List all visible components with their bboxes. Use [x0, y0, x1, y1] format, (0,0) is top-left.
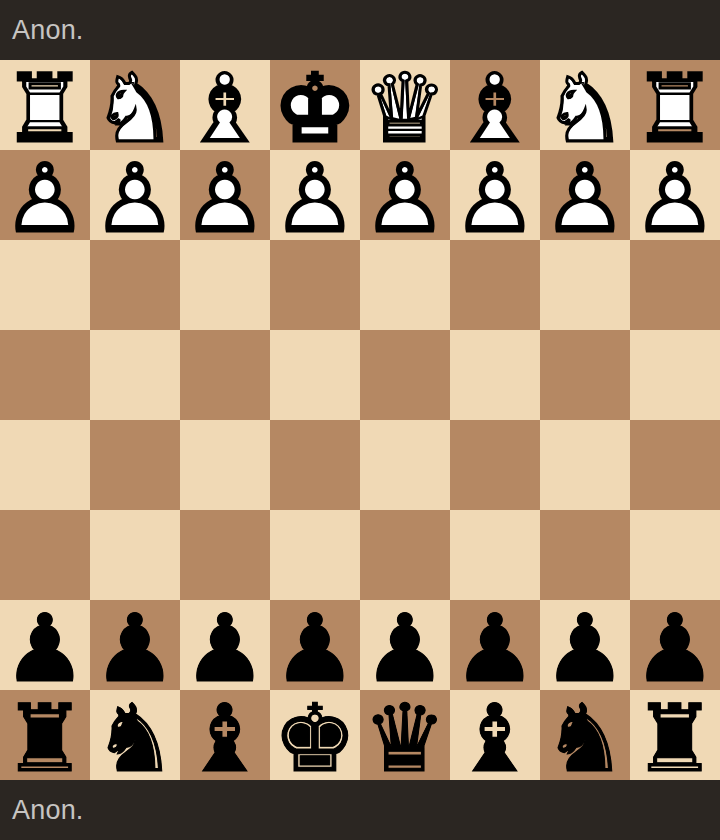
white-king[interactable]: ♚♔: [270, 60, 360, 150]
black-pawn[interactable]: ♟♟: [0, 600, 90, 690]
black-pawn[interactable]: ♟♟: [180, 600, 270, 690]
top-player-name: Anon.: [12, 15, 84, 46]
white-pawn[interactable]: ♟♙: [360, 150, 450, 240]
black-pawn-outline: ♟: [180, 600, 270, 690]
black-pawn[interactable]: ♟♟: [270, 600, 360, 690]
white-knight-outline: ♘: [90, 60, 180, 150]
square-h4[interactable]: [0, 330, 90, 420]
square-h1[interactable]: ♜♖: [0, 60, 90, 150]
square-d4[interactable]: [360, 330, 450, 420]
white-bishop-outline: ♗: [180, 60, 270, 150]
square-f6[interactable]: [180, 510, 270, 600]
square-c3[interactable]: [450, 240, 540, 330]
square-h5[interactable]: [0, 420, 90, 510]
white-pawn-outline: ♙: [630, 150, 720, 240]
white-pawn-outline: ♙: [180, 150, 270, 240]
square-f8[interactable]: ♝♝: [180, 690, 270, 780]
white-pawn-outline: ♙: [270, 150, 360, 240]
black-rook-outline: ♜: [0, 690, 90, 780]
square-c5[interactable]: [450, 420, 540, 510]
square-f5[interactable]: [180, 420, 270, 510]
white-queen-outline: ♕: [360, 60, 450, 150]
square-f3[interactable]: [180, 240, 270, 330]
white-pawn[interactable]: ♟♙: [270, 150, 360, 240]
black-bishop[interactable]: ♝♝: [450, 690, 540, 780]
white-rook-outline: ♖: [630, 60, 720, 150]
white-bishop[interactable]: ♝♗: [180, 60, 270, 150]
square-g2[interactable]: ♟♙: [90, 150, 180, 240]
square-g3[interactable]: [90, 240, 180, 330]
square-g8[interactable]: ♞♞: [90, 690, 180, 780]
square-g1[interactable]: ♞♘: [90, 60, 180, 150]
white-rook-outline: ♖: [0, 60, 90, 150]
square-b3[interactable]: [540, 240, 630, 330]
black-pawn-outline: ♟: [450, 600, 540, 690]
square-e2[interactable]: ♟♙: [270, 150, 360, 240]
white-pawn[interactable]: ♟♙: [90, 150, 180, 240]
black-king-outline: ♚: [270, 690, 360, 780]
chess-board: ♜♖♞♘♝♗♚♔♛♕♝♗♞♘♜♖♟♙♟♙♟♙♟♙♟♙♟♙♟♙♟♙♟♟♟♟♟♟♟♟…: [0, 60, 720, 780]
black-pawn-outline: ♟: [270, 600, 360, 690]
square-a5[interactable]: [630, 420, 720, 510]
black-bishop-outline: ♝: [180, 690, 270, 780]
square-d2[interactable]: ♟♙: [360, 150, 450, 240]
square-b2[interactable]: ♟♙: [540, 150, 630, 240]
square-c4[interactable]: [450, 330, 540, 420]
white-rook[interactable]: ♜♖: [630, 60, 720, 150]
square-h7[interactable]: ♟♟: [0, 600, 90, 690]
white-knight-outline: ♘: [540, 60, 630, 150]
square-e8[interactable]: ♚♚: [270, 690, 360, 780]
square-e7[interactable]: ♟♟: [270, 600, 360, 690]
black-rook[interactable]: ♜♜: [0, 690, 90, 780]
square-d7[interactable]: ♟♟: [360, 600, 450, 690]
black-knight-outline: ♞: [90, 690, 180, 780]
square-g6[interactable]: [90, 510, 180, 600]
black-rook-outline: ♜: [630, 690, 720, 780]
white-pawn-outline: ♙: [90, 150, 180, 240]
square-d6[interactable]: [360, 510, 450, 600]
square-g4[interactable]: [90, 330, 180, 420]
square-h6[interactable]: [0, 510, 90, 600]
black-bishop[interactable]: ♝♝: [180, 690, 270, 780]
white-pawn[interactable]: ♟♙: [630, 150, 720, 240]
square-a2[interactable]: ♟♙: [630, 150, 720, 240]
white-pawn-outline: ♙: [540, 150, 630, 240]
white-bishop-outline: ♗: [450, 60, 540, 150]
square-f4[interactable]: [180, 330, 270, 420]
black-pawn[interactable]: ♟♟: [360, 600, 450, 690]
white-pawn[interactable]: ♟♙: [0, 150, 90, 240]
white-bishop[interactable]: ♝♗: [450, 60, 540, 150]
square-b6[interactable]: [540, 510, 630, 600]
black-queen-outline: ♛: [360, 690, 450, 780]
square-c2[interactable]: ♟♙: [450, 150, 540, 240]
square-e1[interactable]: ♚♔: [270, 60, 360, 150]
black-pawn-outline: ♟: [360, 600, 450, 690]
square-b7[interactable]: ♟♟: [540, 600, 630, 690]
white-pawn-outline: ♙: [360, 150, 450, 240]
square-b5[interactable]: [540, 420, 630, 510]
black-pawn[interactable]: ♟♟: [90, 600, 180, 690]
square-b1[interactable]: ♞♘: [540, 60, 630, 150]
white-rook[interactable]: ♜♖: [0, 60, 90, 150]
black-pawn[interactable]: ♟♟: [450, 600, 540, 690]
square-h3[interactable]: [0, 240, 90, 330]
square-d5[interactable]: [360, 420, 450, 510]
square-c1[interactable]: ♝♗: [450, 60, 540, 150]
white-knight[interactable]: ♞♘: [90, 60, 180, 150]
square-a7[interactable]: ♟♟: [630, 600, 720, 690]
white-pawn[interactable]: ♟♙: [180, 150, 270, 240]
square-e6[interactable]: [270, 510, 360, 600]
square-e5[interactable]: [270, 420, 360, 510]
black-pawn-outline: ♟: [630, 600, 720, 690]
white-pawn-outline: ♙: [0, 150, 90, 240]
square-f2[interactable]: ♟♙: [180, 150, 270, 240]
square-c8[interactable]: ♝♝: [450, 690, 540, 780]
bottom-player-name: Anon.: [12, 795, 84, 826]
top-player-bar: Anon.: [0, 0, 720, 60]
square-a4[interactable]: [630, 330, 720, 420]
square-a1[interactable]: ♜♖: [630, 60, 720, 150]
white-pawn-outline: ♙: [450, 150, 540, 240]
square-a8[interactable]: ♜♜: [630, 690, 720, 780]
square-c7[interactable]: ♟♟: [450, 600, 540, 690]
white-knight[interactable]: ♞♘: [540, 60, 630, 150]
square-a6[interactable]: [630, 510, 720, 600]
black-king[interactable]: ♚♚: [270, 690, 360, 780]
square-f7[interactable]: ♟♟: [180, 600, 270, 690]
square-g7[interactable]: ♟♟: [90, 600, 180, 690]
square-e3[interactable]: [270, 240, 360, 330]
black-pawn-outline: ♟: [90, 600, 180, 690]
square-d3[interactable]: [360, 240, 450, 330]
black-rook[interactable]: ♜♜: [630, 690, 720, 780]
black-pawn-outline: ♟: [540, 600, 630, 690]
square-d8[interactable]: ♛♛: [360, 690, 450, 780]
white-queen[interactable]: ♛♕: [360, 60, 450, 150]
black-knight-outline: ♞: [540, 690, 630, 780]
square-c6[interactable]: [450, 510, 540, 600]
square-f1[interactable]: ♝♗: [180, 60, 270, 150]
white-pawn[interactable]: ♟♙: [540, 150, 630, 240]
black-knight[interactable]: ♞♞: [540, 690, 630, 780]
white-king-outline: ♔: [270, 60, 360, 150]
black-pawn-outline: ♟: [0, 600, 90, 690]
square-a3[interactable]: [630, 240, 720, 330]
black-knight[interactable]: ♞♞: [90, 690, 180, 780]
square-h8[interactable]: ♜♜: [0, 690, 90, 780]
black-pawn[interactable]: ♟♟: [630, 600, 720, 690]
black-queen[interactable]: ♛♛: [360, 690, 450, 780]
black-pawn[interactable]: ♟♟: [540, 600, 630, 690]
square-e4[interactable]: [270, 330, 360, 420]
square-b4[interactable]: [540, 330, 630, 420]
square-h2[interactable]: ♟♙: [0, 150, 90, 240]
white-pawn[interactable]: ♟♙: [450, 150, 540, 240]
square-g5[interactable]: [90, 420, 180, 510]
square-b8[interactable]: ♞♞: [540, 690, 630, 780]
square-d1[interactable]: ♛♕: [360, 60, 450, 150]
black-bishop-outline: ♝: [450, 690, 540, 780]
